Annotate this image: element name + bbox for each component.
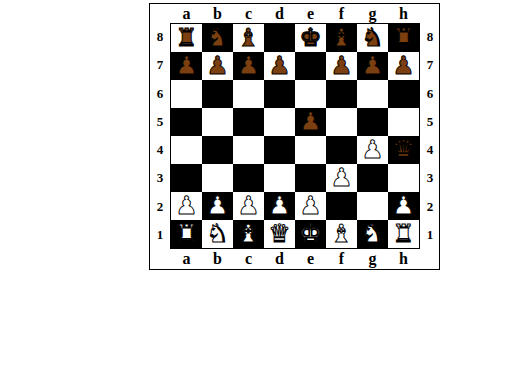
white-knight[interactable]: ♞︎ (202, 220, 233, 248)
file-label-h-top: h (388, 4, 419, 23)
square-b1[interactable]: ♞︎ (202, 220, 233, 248)
square-e4[interactable] (295, 136, 326, 164)
square-b2[interactable]: ♟︎ (202, 192, 233, 220)
rank-label-8-left: 8 (150, 23, 170, 51)
square-b6[interactable] (202, 80, 233, 108)
white-bishop[interactable]: ♝︎ (233, 220, 264, 248)
file-label-a-top: a (171, 4, 202, 23)
black-king[interactable]: ♚︎ (295, 24, 326, 52)
square-g7[interactable]: ♟︎ (357, 52, 388, 80)
square-a5[interactable] (171, 108, 202, 136)
file-labels-bottom: abcdefgh (171, 249, 419, 268)
square-e2[interactable]: ♟︎ (295, 192, 326, 220)
square-a4[interactable] (171, 136, 202, 164)
file-label-e-bottom: e (295, 249, 326, 268)
square-h6[interactable] (388, 80, 419, 108)
black-pawn[interactable]: ♟︎ (171, 52, 202, 80)
square-d5[interactable] (264, 108, 295, 136)
square-e1[interactable]: ♚︎ (295, 220, 326, 248)
rank-label-6-left: 6 (150, 80, 170, 108)
black-bishop[interactable]: ♝︎ (326, 24, 357, 52)
white-rook[interactable]: ♜︎ (388, 220, 419, 248)
square-c2[interactable]: ♟︎ (233, 192, 264, 220)
square-d6[interactable] (264, 80, 295, 108)
square-b4[interactable] (202, 136, 233, 164)
black-queen[interactable]: ♛︎ (388, 136, 419, 164)
rank-label-4-left: 4 (150, 136, 170, 164)
file-label-a-bottom: a (171, 249, 202, 268)
white-queen[interactable]: ♛︎ (264, 220, 295, 248)
black-pawn[interactable]: ♟︎ (326, 52, 357, 80)
black-pawn[interactable]: ♟︎ (233, 52, 264, 80)
file-label-f-top: f (326, 4, 357, 23)
square-c8[interactable]: ♝︎ (233, 24, 264, 52)
white-knight[interactable]: ♞︎ (357, 220, 388, 248)
white-pawn[interactable]: ♟︎ (388, 192, 419, 220)
black-rook[interactable]: ♜︎ (171, 24, 202, 52)
square-c1[interactable]: ♝︎ (233, 220, 264, 248)
white-rook[interactable]: ♜︎ (171, 220, 202, 248)
file-label-g-bottom: g (357, 249, 388, 268)
square-d1[interactable]: ♛︎ (264, 220, 295, 248)
white-pawn[interactable]: ♟︎ (357, 136, 388, 164)
square-h1[interactable]: ♜︎ (388, 220, 419, 248)
square-d4[interactable] (264, 136, 295, 164)
square-g3[interactable] (357, 164, 388, 192)
square-h5[interactable] (388, 108, 419, 136)
rank-label-4-right: 4 (421, 136, 439, 164)
square-f4[interactable] (326, 136, 357, 164)
square-g5[interactable] (357, 108, 388, 136)
square-h8[interactable]: ♜︎ (388, 24, 419, 52)
square-c6[interactable] (233, 80, 264, 108)
square-f1[interactable]: ♝︎ (326, 220, 357, 248)
black-pawn[interactable]: ♟︎ (202, 52, 233, 80)
square-h3[interactable] (388, 164, 419, 192)
square-h7[interactable]: ♟︎ (388, 52, 419, 80)
rank-label-1-left: 1 (150, 221, 170, 249)
square-d8[interactable] (264, 24, 295, 52)
square-e3[interactable] (295, 164, 326, 192)
white-pawn[interactable]: ♟︎ (233, 192, 264, 220)
black-pawn[interactable]: ♟︎ (264, 52, 295, 80)
black-rook[interactable]: ♜︎ (388, 24, 419, 52)
file-label-d-top: d (264, 4, 295, 23)
rank-label-3-left: 3 (150, 164, 170, 192)
square-f5[interactable] (326, 108, 357, 136)
rank-label-1-right: 1 (421, 221, 439, 249)
black-pawn[interactable]: ♟︎ (357, 52, 388, 80)
black-bishop[interactable]: ♝︎ (233, 24, 264, 52)
rank-labels-right: 87654321 (421, 23, 439, 249)
square-e5[interactable]: ♟︎ (295, 108, 326, 136)
square-d2[interactable]: ♟︎ (264, 192, 295, 220)
board-frame: abcdefgh 87654321 ♜︎♞︎♝︎♚︎♝︎♞︎♜︎♟︎♟︎♟︎♟︎… (149, 3, 440, 270)
rank-label-2-right: 2 (421, 193, 439, 221)
square-f3[interactable]: ♟︎ (326, 164, 357, 192)
rank-labels-left: 87654321 (150, 23, 170, 249)
black-pawn[interactable]: ♟︎ (295, 108, 326, 136)
white-king[interactable]: ♚︎ (295, 220, 326, 248)
square-h2[interactable]: ♟︎ (388, 192, 419, 220)
file-label-d-bottom: d (264, 249, 295, 268)
rank-label-6-right: 6 (421, 80, 439, 108)
black-pawn[interactable]: ♟︎ (388, 52, 419, 80)
rank-label-8-right: 8 (421, 23, 439, 51)
square-a7[interactable]: ♟︎ (171, 52, 202, 80)
square-g1[interactable]: ♞︎ (357, 220, 388, 248)
square-f6[interactable] (326, 80, 357, 108)
square-e6[interactable] (295, 80, 326, 108)
square-f7[interactable]: ♟︎ (326, 52, 357, 80)
file-label-c-top: c (233, 4, 264, 23)
square-c5[interactable] (233, 108, 264, 136)
file-label-e-top: e (295, 4, 326, 23)
square-c7[interactable]: ♟︎ (233, 52, 264, 80)
square-a8[interactable]: ♜︎ (171, 24, 202, 52)
white-pawn[interactable]: ♟︎ (295, 192, 326, 220)
rank-label-7-right: 7 (421, 51, 439, 79)
black-knight[interactable]: ♞︎ (357, 24, 388, 52)
rank-label-7-left: 7 (150, 51, 170, 79)
file-label-f-bottom: f (326, 249, 357, 268)
file-labels-top: abcdefgh (171, 4, 419, 23)
square-g8[interactable]: ♞︎ (357, 24, 388, 52)
square-c4[interactable] (233, 136, 264, 164)
rank-label-5-left: 5 (150, 108, 170, 136)
square-e8[interactable]: ♚︎ (295, 24, 326, 52)
black-knight[interactable]: ♞︎ (202, 24, 233, 52)
square-g2[interactable] (357, 192, 388, 220)
square-g4[interactable]: ♟︎ (357, 136, 388, 164)
square-d3[interactable] (264, 164, 295, 192)
white-bishop[interactable]: ♝︎ (326, 220, 357, 248)
chess-board[interactable]: ♜︎♞︎♝︎♚︎♝︎♞︎♜︎♟︎♟︎♟︎♟︎♟︎♟︎♟︎♟︎♟︎♛︎♟︎♟︎♟︎… (170, 23, 420, 249)
file-label-c-bottom: c (233, 249, 264, 268)
square-b3[interactable] (202, 164, 233, 192)
white-pawn[interactable]: ♟︎ (264, 192, 295, 220)
square-b5[interactable] (202, 108, 233, 136)
chess-diagram: abcdefgh 87654321 ♜︎♞︎♝︎♚︎♝︎♞︎♜︎♟︎♟︎♟︎♟︎… (0, 0, 512, 384)
square-e7[interactable] (295, 52, 326, 80)
file-label-h-bottom: h (388, 249, 419, 268)
file-label-b-top: b (202, 4, 233, 23)
square-c3[interactable] (233, 164, 264, 192)
square-a3[interactable] (171, 164, 202, 192)
square-b7[interactable]: ♟︎ (202, 52, 233, 80)
square-a6[interactable] (171, 80, 202, 108)
white-pawn[interactable]: ♟︎ (202, 192, 233, 220)
square-h4[interactable]: ♛︎ (388, 136, 419, 164)
rank-label-2-left: 2 (150, 193, 170, 221)
white-pawn[interactable]: ♟︎ (326, 164, 357, 192)
square-a2[interactable]: ♟︎ (171, 192, 202, 220)
square-f8[interactable]: ♝︎ (326, 24, 357, 52)
file-label-g-top: g (357, 4, 388, 23)
square-g6[interactable] (357, 80, 388, 108)
square-f2[interactable] (326, 192, 357, 220)
rank-label-3-right: 3 (421, 164, 439, 192)
square-d7[interactable]: ♟︎ (264, 52, 295, 80)
file-label-b-bottom: b (202, 249, 233, 268)
square-b8[interactable]: ♞︎ (202, 24, 233, 52)
white-pawn[interactable]: ♟︎ (171, 192, 202, 220)
square-a1[interactable]: ♜︎ (171, 220, 202, 248)
rank-label-5-right: 5 (421, 108, 439, 136)
